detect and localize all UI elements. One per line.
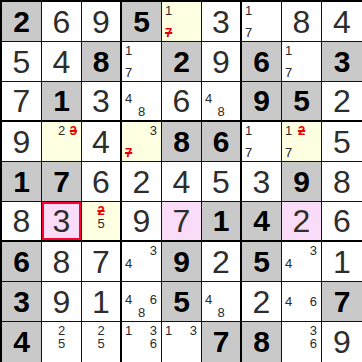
cell-value: 7 <box>213 327 230 357</box>
candidate-grid: 34 <box>282 242 321 281</box>
cell-value: 4 <box>53 46 71 78</box>
candidate-7-eliminated: 7 <box>122 146 135 161</box>
cell-r3c9[interactable]: 2 <box>322 82 362 122</box>
cell-r7c7[interactable]: 5 <box>242 242 282 282</box>
candidate-4: 4 <box>122 293 135 306</box>
cell-value: 1 <box>53 86 70 116</box>
candidate-grid: 17 <box>122 42 161 81</box>
cell-r5c5[interactable]: 4 <box>162 162 202 202</box>
candidate-grid: 13 <box>162 322 201 362</box>
cell-r9c7[interactable]: 8 <box>242 322 282 362</box>
candidate-7: 7 <box>282 146 295 161</box>
cell-value: 9 <box>293 167 310 197</box>
cell-value: 5 <box>293 86 310 116</box>
cell-r2c8[interactable]: 17 <box>282 42 322 82</box>
cell-r4c3[interactable]: 4 <box>82 122 122 162</box>
cell-value: 7 <box>173 205 191 237</box>
candidate-3: 3 <box>148 122 161 137</box>
cell-value: 3 <box>212 6 230 38</box>
cell-value: 7 <box>13 85 31 117</box>
cell-value: 9 <box>333 326 351 358</box>
cell-value: 8 <box>93 47 110 77</box>
cell-r5c2[interactable]: 7 <box>42 162 82 202</box>
candidate-grid: 25 <box>82 202 120 240</box>
candidate-4: 4 <box>202 92 215 105</box>
cell-r4c8[interactable]: 127 <box>282 122 322 162</box>
cell-r7c4[interactable]: 34 <box>122 242 162 282</box>
cell-r8c6[interactable]: 48 <box>202 282 242 322</box>
cell-value: 2 <box>212 246 230 278</box>
cell-r7c3[interactable]: 7 <box>82 242 122 282</box>
cell-value: 3 <box>13 287 30 317</box>
cell-r6c1[interactable]: 8 <box>2 202 42 242</box>
candidate-3: 3 <box>148 322 161 337</box>
cell-value: 8 <box>293 6 311 38</box>
cell-r8c3[interactable]: 1 <box>82 282 122 322</box>
cell-r9c2[interactable]: 25 <box>42 322 82 362</box>
cell-value: 1 <box>213 206 230 236</box>
candidate-1: 1 <box>282 122 295 137</box>
candidate-4: 4 <box>282 295 295 308</box>
candidate-grid: 17 <box>242 122 281 161</box>
candidate-grid: 36 <box>282 322 321 362</box>
cell-value: 5 <box>253 247 270 277</box>
cell-r6c9[interactable]: 6 <box>322 202 362 242</box>
cell-r2c5[interactable]: 2 <box>162 42 202 82</box>
cell-r1c7[interactable]: 17 <box>242 2 282 42</box>
cell-r9c4[interactable]: 136 <box>122 322 162 362</box>
cell-r9c9[interactable]: 9 <box>322 322 362 362</box>
cell-r8c8[interactable]: 46 <box>282 282 322 322</box>
candidate-1: 1 <box>162 2 175 17</box>
candidate-grid: 48 <box>202 82 240 120</box>
cell-r9c1[interactable]: 4 <box>2 322 42 362</box>
candidate-grid: 23 <box>42 122 81 161</box>
cell-value: 5 <box>333 126 351 158</box>
cell-value: 9 <box>13 126 31 158</box>
candidate-grid: 46 <box>282 282 321 321</box>
cell-value: 4 <box>92 126 110 158</box>
cell-r6c8[interactable]: 2 <box>282 202 322 242</box>
cell-r5c8[interactable]: 9 <box>282 162 322 202</box>
candidate-grid: 17 <box>242 2 281 41</box>
cell-r4c6[interactable]: 6 <box>202 122 242 162</box>
cell-r1c9[interactable]: 4 <box>322 2 362 42</box>
cell-r9c3[interactable]: 25 <box>82 322 122 362</box>
cell-r6c6[interactable]: 1 <box>202 202 242 242</box>
candidate-grid: 17 <box>282 42 321 81</box>
candidate-4: 4 <box>202 293 215 306</box>
candidate-1: 1 <box>122 42 135 57</box>
cell-value: 9 <box>212 46 230 78</box>
cell-value: 3 <box>253 166 271 198</box>
cell-r1c2[interactable]: 6 <box>42 2 82 42</box>
candidate-6: 6 <box>148 293 161 306</box>
cell-r8c9[interactable]: 7 <box>322 282 362 322</box>
cell-r1c1[interactable]: 2 <box>2 2 42 42</box>
cell-value: 2 <box>293 205 311 237</box>
cell-r3c4[interactable]: 48 <box>122 82 162 122</box>
cell-value: 6 <box>173 85 191 117</box>
cell-r8c2[interactable]: 9 <box>42 282 82 322</box>
cell-r5c9[interactable]: 8 <box>322 162 362 202</box>
candidate-grid: 136 <box>122 322 161 362</box>
cell-value: 7 <box>334 287 351 317</box>
cell-r2c4[interactable]: 17 <box>122 42 162 82</box>
cell-value: 1 <box>13 167 30 197</box>
candidate-4: 4 <box>122 92 135 105</box>
cell-r3c8[interactable]: 5 <box>282 82 322 122</box>
sudoku-board: 2695173178454817296173713486489529234378… <box>0 0 362 362</box>
cell-r9c6[interactable]: 7 <box>202 322 242 362</box>
cell-r1c3[interactable]: 9 <box>82 2 122 42</box>
cell-r1c5[interactable]: 17 <box>162 2 202 42</box>
cell-r8c1[interactable]: 3 <box>2 282 42 322</box>
candidate-grid: 127 <box>282 122 321 161</box>
cell-value: 3 <box>53 205 71 237</box>
cell-value: 7 <box>92 246 110 278</box>
cell-value: 9 <box>92 6 110 38</box>
cell-value: 9 <box>173 247 190 277</box>
candidate-grid: 37 <box>122 122 161 161</box>
candidate-8: 8 <box>215 306 228 321</box>
cell-r6c3[interactable]: 25 <box>82 202 122 242</box>
cell-r8c4[interactable]: 468 <box>122 282 162 322</box>
cell-r4c1[interactable]: 9 <box>2 122 42 162</box>
cell-r5c7[interactable]: 3 <box>242 162 282 202</box>
cell-r4c9[interactable]: 5 <box>322 122 362 162</box>
candidate-7: 7 <box>242 146 255 161</box>
candidate-4: 4 <box>122 257 135 270</box>
candidate-grid: 17 <box>162 2 201 41</box>
cell-r5c4[interactable]: 2 <box>122 162 162 202</box>
cell-r7c2[interactable]: 8 <box>42 242 82 282</box>
cell-value: 8 <box>253 327 270 357</box>
candidate-2: 2 <box>55 122 68 137</box>
cell-r3c1[interactable]: 7 <box>2 82 42 122</box>
cell-r4c2[interactable]: 23 <box>42 122 82 162</box>
candidate-grid: 468 <box>122 282 161 321</box>
cell-value: 8 <box>173 127 190 157</box>
cell-value: 6 <box>53 6 71 38</box>
candidate-6: 6 <box>308 337 321 350</box>
cell-value: 9 <box>253 86 270 116</box>
cell-r7c5[interactable]: 9 <box>162 242 202 282</box>
cell-value: 1 <box>92 286 110 318</box>
cell-value: 5 <box>173 287 190 317</box>
cell-r8c7[interactable]: 2 <box>242 282 282 322</box>
candidate-5: 5 <box>95 337 108 350</box>
candidate-1: 1 <box>122 322 135 337</box>
cell-value: 5 <box>133 7 150 37</box>
candidate-2-eliminated: 2 <box>95 202 108 217</box>
candidate-grid: 48 <box>202 282 240 321</box>
candidate-grid: 48 <box>122 82 161 120</box>
cell-r3c7[interactable]: 9 <box>242 82 282 122</box>
cell-value: 6 <box>92 166 110 198</box>
cell-value: 4 <box>253 206 270 236</box>
cell-r2c7[interactable]: 6 <box>242 42 282 82</box>
cell-value: 8 <box>53 246 71 278</box>
cell-r6c2[interactable]: 3 <box>42 202 82 242</box>
cell-r4c7[interactable]: 17 <box>242 122 282 162</box>
cell-r6c5[interactable]: 7 <box>162 202 202 242</box>
candidate-1: 1 <box>282 42 295 57</box>
cell-r7c9[interactable]: 1 <box>322 242 362 282</box>
cell-value: 2 <box>333 85 351 117</box>
candidate-7: 7 <box>282 66 295 81</box>
cell-r4c4[interactable]: 37 <box>122 122 162 162</box>
cell-r3c6[interactable]: 48 <box>202 82 242 122</box>
cell-value: 5 <box>13 46 31 78</box>
candidate-8: 8 <box>135 105 148 120</box>
cell-r1c4[interactable]: 5 <box>122 2 162 42</box>
cell-r6c7[interactable]: 4 <box>242 202 282 242</box>
cell-value: 2 <box>13 7 30 37</box>
cell-r7c8[interactable]: 34 <box>282 242 322 282</box>
cell-r3c5[interactable]: 6 <box>162 82 202 122</box>
candidate-1: 1 <box>242 2 255 17</box>
cell-r2c6[interactable]: 9 <box>202 42 242 82</box>
cell-r5c1[interactable]: 1 <box>2 162 42 202</box>
cell-r4c5[interactable]: 8 <box>162 122 202 162</box>
cell-value: 8 <box>333 166 351 198</box>
cell-value: 9 <box>133 205 151 237</box>
cell-r1c8[interactable]: 8 <box>282 2 322 42</box>
cell-r7c6[interactable]: 2 <box>202 242 242 282</box>
cell-r2c3[interactable]: 8 <box>82 42 122 82</box>
candidate-7-eliminated: 7 <box>162 26 175 41</box>
cell-value: 7 <box>53 167 70 197</box>
candidate-6: 6 <box>148 337 161 350</box>
cell-r2c9[interactable]: 3 <box>322 42 362 82</box>
cell-value: 1 <box>333 246 351 278</box>
cell-value: 4 <box>173 166 191 198</box>
cell-r9c8[interactable]: 36 <box>282 322 322 362</box>
cell-r5c6[interactable]: 5 <box>202 162 242 202</box>
candidate-grid: 25 <box>82 322 120 362</box>
cell-value: 2 <box>133 166 151 198</box>
candidate-3: 3 <box>188 322 201 337</box>
candidate-3: 3 <box>148 242 161 257</box>
cell-value: 4 <box>13 327 30 357</box>
cell-r3c3[interactable]: 3 <box>82 82 122 122</box>
candidate-3: 3 <box>308 322 321 337</box>
cell-value: 9 <box>53 286 71 318</box>
cell-r6c4[interactable]: 9 <box>122 202 162 242</box>
candidate-5: 5 <box>55 337 68 350</box>
cell-value: 2 <box>253 286 271 318</box>
candidate-2: 2 <box>55 322 68 337</box>
candidate-3-eliminated: 3 <box>68 122 81 137</box>
candidate-4: 4 <box>282 257 295 270</box>
cell-value: 6 <box>13 247 30 277</box>
candidate-8: 8 <box>215 105 228 120</box>
candidate-grid: 25 <box>42 322 81 362</box>
cell-r9c5[interactable]: 13 <box>162 322 202 362</box>
cell-value: 3 <box>92 85 110 117</box>
candidate-6: 6 <box>308 295 321 308</box>
cell-value: 6 <box>253 47 270 77</box>
candidate-8: 8 <box>135 306 148 321</box>
cell-value: 3 <box>334 47 351 77</box>
cell-value: 2 <box>173 47 190 77</box>
cell-r7c1[interactable]: 6 <box>2 242 42 282</box>
candidate-1: 1 <box>162 322 175 337</box>
cell-r5c3[interactable]: 6 <box>82 162 122 202</box>
candidate-2-eliminated: 2 <box>295 122 308 137</box>
cell-r8c5[interactable]: 5 <box>162 282 202 322</box>
cell-r3c2[interactable]: 1 <box>42 82 82 122</box>
candidate-7: 7 <box>122 66 135 81</box>
candidate-grid: 34 <box>122 242 161 281</box>
candidate-7: 7 <box>242 26 255 41</box>
cell-r1c6[interactable]: 3 <box>202 2 242 42</box>
cell-r2c1[interactable]: 5 <box>2 42 42 82</box>
cell-r2c2[interactable]: 4 <box>42 42 82 82</box>
cell-value: 6 <box>333 205 351 237</box>
cell-value: 4 <box>333 6 351 38</box>
cell-value: 5 <box>212 166 230 198</box>
cell-value: 8 <box>13 205 31 237</box>
candidate-2: 2 <box>95 322 108 337</box>
candidate-3: 3 <box>308 242 321 257</box>
candidate-5: 5 <box>95 217 108 230</box>
candidate-1: 1 <box>242 122 255 137</box>
cell-value: 6 <box>213 127 230 157</box>
